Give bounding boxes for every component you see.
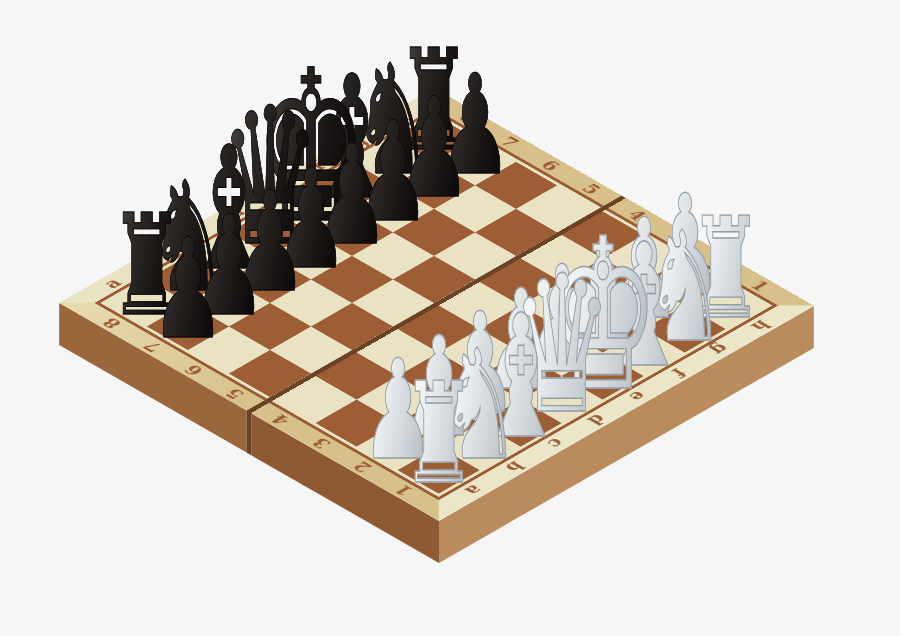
chess-board-scene: abcdefgh88776655abcdefgh44332211♜♞♝♛♚♝♞♜… bbox=[0, 0, 900, 636]
rank-label-right-6: 6 bbox=[538, 158, 564, 173]
piece-white-rook-a1[interactable]: ♜ bbox=[401, 364, 476, 504]
piece-black-pawn-a7[interactable]: ♟ bbox=[151, 221, 225, 359]
